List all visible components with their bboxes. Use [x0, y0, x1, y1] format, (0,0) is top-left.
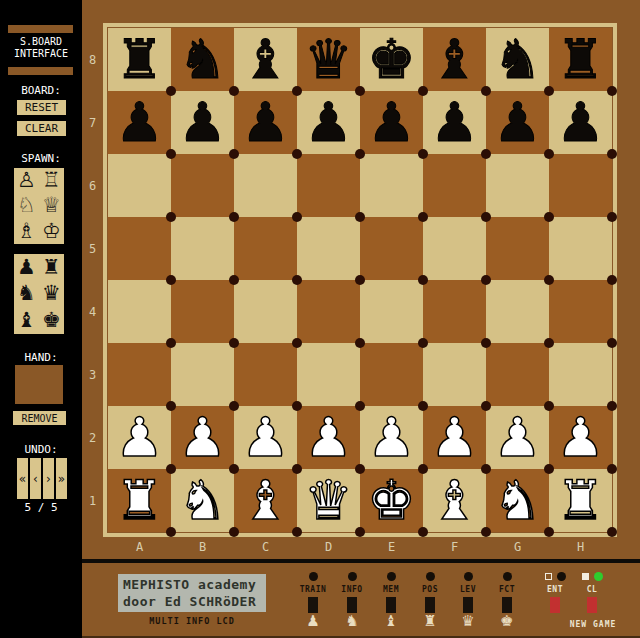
chess-board: ♜♞♝♛♚♝♞♜♟♟♟♟♟♟♟♟♟♟♟♟♟♟♟♟♜♞♝♛♚♝♞♜ [108, 28, 612, 532]
spawn-white-bishop[interactable]: ♗ [17, 219, 36, 244]
pos-label: POS [422, 585, 438, 594]
sensor-dot [355, 86, 365, 96]
sidebar: S.BOARD INTERFACE BOARD: RESET CLEAR SPA… [0, 0, 82, 638]
piece-white-knight[interactable]: ♞ [493, 469, 541, 532]
square-f3[interactable] [423, 343, 486, 406]
queen-icon: ♛ [461, 614, 474, 629]
square-e4[interactable] [360, 280, 423, 343]
sensor-dot [292, 401, 302, 411]
square-g3[interactable] [486, 343, 549, 406]
piece-white-king[interactable]: ♚ [367, 469, 415, 532]
sensor-dot [355, 527, 365, 537]
square-h8[interactable]: ♜ [549, 28, 612, 91]
sensor-dot [418, 401, 428, 411]
lev-button[interactable] [463, 597, 473, 613]
file-label-d: D [297, 540, 360, 554]
square-a8[interactable]: ♜ [108, 28, 171, 91]
cl-label: CL [587, 585, 598, 594]
square-c4[interactable] [234, 280, 297, 343]
lcd-caption: MULTI INFO LCD [118, 616, 266, 626]
rank-label-8: 8 [82, 28, 103, 91]
square-f4[interactable] [423, 280, 486, 343]
lev-label: LEV [460, 585, 476, 594]
hand-section-label: HAND: [0, 351, 82, 364]
lcd-display: MEPHISTO academy door Ed SCHRöDER [118, 574, 266, 612]
piece-white-bishop[interactable]: ♝ [430, 469, 478, 532]
sensor-dot [418, 527, 428, 537]
sensor-dot [166, 212, 176, 222]
square-e7[interactable]: ♟ [360, 91, 423, 154]
ent-square-indicator [545, 573, 552, 580]
rank-label-4: 4 [82, 280, 103, 343]
square-c5[interactable] [234, 217, 297, 280]
function-group-lev: LEV♛ [450, 563, 486, 629]
square-b3[interactable] [171, 343, 234, 406]
file-labels: ABCDEFGH [108, 540, 612, 554]
sensor-dot [418, 149, 428, 159]
sensor-dot [607, 464, 617, 474]
sensor-dot [292, 338, 302, 348]
spawn-white-queen[interactable]: ♕ [42, 193, 61, 218]
ent-led [557, 572, 566, 581]
square-a7[interactable]: ♟ [108, 91, 171, 154]
square-d2[interactable]: ♟ [297, 406, 360, 469]
piece-black-pawn[interactable]: ♟ [367, 91, 415, 154]
spawn-section-label: SPAWN: [0, 152, 82, 165]
square-f6[interactable] [423, 154, 486, 217]
sensor-dot [481, 527, 491, 537]
sensor-dot [544, 401, 554, 411]
cl-power-led [594, 572, 603, 581]
train-led [309, 572, 318, 581]
piece-black-pawn[interactable]: ♟ [115, 91, 163, 154]
piece-black-bishop[interactable]: ♝ [241, 28, 289, 91]
info-label: INFO [341, 585, 362, 594]
function-group-mem: MEM♝ [373, 563, 409, 629]
new-game-label: NEW GAME [537, 620, 640, 629]
square-c6[interactable] [234, 154, 297, 217]
square-g6[interactable] [486, 154, 549, 217]
sensor-dot [544, 275, 554, 285]
hand-box[interactable] [15, 365, 63, 404]
function-group-fct: FCT♚ [489, 563, 525, 629]
divider [8, 25, 73, 33]
rank-label-1: 1 [82, 469, 103, 532]
cl-indicators [582, 572, 603, 581]
sensor-dot [355, 338, 365, 348]
ent-label: ENT [547, 585, 563, 594]
piece-black-pawn[interactable]: ♟ [493, 91, 541, 154]
square-f5[interactable] [423, 217, 486, 280]
rank-label-5: 5 [82, 217, 103, 280]
square-g7[interactable]: ♟ [486, 91, 549, 154]
cl-button[interactable] [587, 597, 597, 613]
sensor-dot [355, 401, 365, 411]
square-a3[interactable] [108, 343, 171, 406]
spawn-black-rook[interactable]: ♜ [42, 255, 61, 280]
piece-white-queen[interactable]: ♛ [304, 469, 352, 532]
mem-label: MEM [383, 585, 399, 594]
square-g1[interactable]: ♞ [486, 469, 549, 532]
spawn-black-pieces-tray: ♟♜♞♛♝♚ [14, 254, 64, 334]
sensor-dot [544, 527, 554, 537]
piece-white-knight[interactable]: ♞ [178, 469, 226, 532]
sensor-dot [292, 527, 302, 537]
sensor-dot [544, 464, 554, 474]
sensor-dot [418, 86, 428, 96]
sidebar-title-line2: INTERFACE [0, 48, 82, 59]
square-c3[interactable] [234, 343, 297, 406]
sensor-dot [607, 212, 617, 222]
sensor-dot [418, 212, 428, 222]
square-g4[interactable] [486, 280, 549, 343]
square-e2[interactable]: ♟ [360, 406, 423, 469]
square-d8[interactable]: ♛ [297, 28, 360, 91]
bishop-icon: ♝ [384, 614, 397, 629]
file-label-a: A [108, 540, 171, 554]
square-c1[interactable]: ♝ [234, 469, 297, 532]
sidebar-title-line1: S.BOARD [0, 36, 82, 47]
sensor-dot [544, 149, 554, 159]
undo-back-button[interactable]: ‹ [30, 458, 41, 499]
king-icon: ♚ [500, 614, 513, 629]
square-a6[interactable] [108, 154, 171, 217]
square-e3[interactable] [360, 343, 423, 406]
board-border: ♜♞♝♛♚♝♞♜♟♟♟♟♟♟♟♟♟♟♟♟♟♟♟♟♜♞♝♛♚♝♞♜ [103, 23, 617, 537]
square-h4[interactable] [549, 280, 612, 343]
piece-black-pawn[interactable]: ♟ [556, 91, 604, 154]
sensor-dot [229, 464, 239, 474]
undo-counter: 5 / 5 [0, 501, 82, 514]
piece-white-rook[interactable]: ♜ [556, 469, 604, 532]
square-a2[interactable]: ♟ [108, 406, 171, 469]
pos-led [426, 572, 435, 581]
file-label-b: B [171, 540, 234, 554]
sensor-dot [418, 464, 428, 474]
square-d4[interactable] [297, 280, 360, 343]
file-label-e: E [360, 540, 423, 554]
board-section-label: BOARD: [0, 84, 82, 97]
rank-label-6: 6 [82, 154, 103, 217]
spawn-black-king[interactable]: ♚ [42, 308, 61, 333]
square-c2[interactable]: ♟ [234, 406, 297, 469]
mephisto-chess-computer-ui: S.BOARD INTERFACE BOARD: RESET CLEAR SPA… [0, 0, 640, 638]
sensor-dot [166, 401, 176, 411]
square-h1[interactable]: ♜ [549, 469, 612, 532]
sensor-dot [481, 338, 491, 348]
sensor-dot [355, 212, 365, 222]
ent-indicators [545, 572, 566, 581]
sensor-dot [229, 149, 239, 159]
piece-white-pawn[interactable]: ♟ [304, 406, 352, 469]
sensor-dot [481, 275, 491, 285]
square-b8[interactable]: ♞ [171, 28, 234, 91]
sensor-dot [229, 338, 239, 348]
piece-white-pawn[interactable]: ♟ [556, 406, 604, 469]
pawn-icon: ♟ [306, 614, 319, 629]
sensor-dot [607, 149, 617, 159]
piece-black-pawn[interactable]: ♟ [430, 91, 478, 154]
square-g8[interactable]: ♞ [486, 28, 549, 91]
fct-led [503, 572, 512, 581]
mem-button[interactable] [386, 597, 396, 613]
square-b7[interactable]: ♟ [171, 91, 234, 154]
redo-forward-button[interactable]: › [43, 458, 54, 499]
square-d5[interactable] [297, 217, 360, 280]
piece-black-rook[interactable]: ♜ [556, 28, 604, 91]
board-area: 87654321 ♜♞♝♛♚♝♞♜♟♟♟♟♟♟♟♟♟♟♟♟♟♟♟♟♜♞♝♛♚♝♞… [82, 0, 640, 638]
square-d6[interactable] [297, 154, 360, 217]
sensor-dot [607, 401, 617, 411]
square-h3[interactable] [549, 343, 612, 406]
piece-black-knight[interactable]: ♞ [493, 28, 541, 91]
square-f7[interactable]: ♟ [423, 91, 486, 154]
spawn-white-king[interactable]: ♔ [42, 219, 61, 244]
undo-first-button[interactable]: « [17, 458, 28, 499]
square-e1[interactable]: ♚ [360, 469, 423, 532]
spawn-white-knight[interactable]: ♘ [17, 193, 36, 218]
pos-button[interactable] [425, 597, 435, 613]
file-label-g: G [486, 540, 549, 554]
lev-led [464, 572, 473, 581]
piece-white-pawn[interactable]: ♟ [430, 406, 478, 469]
sensor-dot [292, 149, 302, 159]
sensor-dot [166, 464, 176, 474]
piece-black-king[interactable]: ♚ [367, 28, 415, 91]
sensor-dot [292, 464, 302, 474]
sensor-dot [607, 527, 617, 537]
mem-led [387, 572, 396, 581]
sensor-dot [229, 86, 239, 96]
sensor-dot [292, 275, 302, 285]
sensor-dot [544, 338, 554, 348]
function-group-pos: POS♜ [412, 563, 448, 629]
piece-white-pawn[interactable]: ♟ [367, 406, 415, 469]
rook-icon: ♜ [423, 614, 436, 629]
sensor-dot [607, 86, 617, 96]
square-h2[interactable]: ♟ [549, 406, 612, 469]
sensor-dot [292, 212, 302, 222]
train-button[interactable] [308, 597, 318, 613]
sensor-dot [481, 86, 491, 96]
spawn-white-rook[interactable]: ♖ [42, 168, 61, 193]
square-e5[interactable] [360, 217, 423, 280]
square-d3[interactable] [297, 343, 360, 406]
sensor-dot [544, 86, 554, 96]
sensor-dot [607, 275, 617, 285]
piece-black-queen[interactable]: ♛ [304, 28, 352, 91]
function-group-ent: ENT [537, 563, 573, 613]
sensor-dot [355, 275, 365, 285]
train-label: TRAIN [300, 585, 327, 594]
sensor-dot [481, 464, 491, 474]
square-c7[interactable]: ♟ [234, 91, 297, 154]
info-button[interactable] [347, 597, 357, 613]
sensor-dot [229, 527, 239, 537]
cl-square-indicator [582, 573, 589, 580]
square-g5[interactable] [486, 217, 549, 280]
spawn-white-pieces-tray: ♙♖♘♕♗♔ [14, 168, 64, 244]
square-d1[interactable]: ♛ [297, 469, 360, 532]
piece-black-rook[interactable]: ♜ [115, 28, 163, 91]
square-f8[interactable]: ♝ [423, 28, 486, 91]
redo-last-button[interactable]: » [56, 458, 67, 499]
square-b1[interactable]: ♞ [171, 469, 234, 532]
piece-black-knight[interactable]: ♞ [178, 28, 226, 91]
remove-button[interactable]: REMOVE [13, 411, 66, 425]
sensor-dot [166, 86, 176, 96]
file-label-h: H [549, 540, 612, 554]
sensor-dot [292, 86, 302, 96]
file-label-c: C [234, 540, 297, 554]
square-e8[interactable]: ♚ [360, 28, 423, 91]
rank-label-2: 2 [82, 406, 103, 469]
sensor-dot [355, 149, 365, 159]
piece-black-pawn[interactable]: ♟ [304, 91, 352, 154]
square-e6[interactable] [360, 154, 423, 217]
spawn-black-pawn[interactable]: ♟ [17, 255, 36, 280]
divider [8, 67, 73, 75]
square-h5[interactable] [549, 217, 612, 280]
square-b6[interactable] [171, 154, 234, 217]
sensor-dot [166, 527, 176, 537]
knight-icon: ♞ [345, 614, 358, 629]
square-h7[interactable]: ♟ [549, 91, 612, 154]
info-led [348, 572, 357, 581]
square-b5[interactable] [171, 217, 234, 280]
sensor-dot [229, 401, 239, 411]
control-panel: MEPHISTO academy door Ed SCHRöDER MULTI … [82, 563, 640, 638]
function-group-train: TRAIN♟ [295, 563, 331, 629]
square-b4[interactable] [171, 280, 234, 343]
function-group-cl: CL [574, 563, 610, 613]
piece-white-pawn[interactable]: ♟ [178, 406, 226, 469]
fct-button[interactable] [502, 597, 512, 613]
rank-label-7: 7 [82, 91, 103, 154]
spawn-white-pawn[interactable]: ♙ [17, 168, 36, 193]
sensor-dot [355, 464, 365, 474]
square-h6[interactable] [549, 154, 612, 217]
sensor-dot [481, 212, 491, 222]
square-g2[interactable]: ♟ [486, 406, 549, 469]
sensor-dot [229, 212, 239, 222]
piece-white-pawn[interactable]: ♟ [493, 406, 541, 469]
square-c8[interactable]: ♝ [234, 28, 297, 91]
sensor-dot [166, 338, 176, 348]
piece-white-pawn[interactable]: ♟ [115, 406, 163, 469]
piece-white-bishop[interactable]: ♝ [241, 469, 289, 532]
clear-button[interactable]: CLEAR [17, 121, 66, 136]
sensor-dot [166, 275, 176, 285]
sensor-dot [544, 212, 554, 222]
undo-section-label: UNDO: [0, 443, 82, 456]
sensor-dot [229, 275, 239, 285]
sensor-dot [166, 149, 176, 159]
spawn-black-queen[interactable]: ♛ [42, 281, 61, 306]
square-a4[interactable] [108, 280, 171, 343]
sensor-dot [481, 401, 491, 411]
function-group-info: INFO♞ [334, 563, 370, 629]
square-f2[interactable]: ♟ [423, 406, 486, 469]
square-d7[interactable]: ♟ [297, 91, 360, 154]
piece-white-pawn[interactable]: ♟ [241, 406, 289, 469]
rank-label-3: 3 [82, 343, 103, 406]
sensor-dot [481, 149, 491, 159]
piece-black-pawn[interactable]: ♟ [241, 91, 289, 154]
piece-white-rook[interactable]: ♜ [115, 469, 163, 532]
square-b2[interactable]: ♟ [171, 406, 234, 469]
square-f1[interactable]: ♝ [423, 469, 486, 532]
square-a1[interactable]: ♜ [108, 469, 171, 532]
spawn-black-knight[interactable]: ♞ [17, 281, 36, 306]
sensor-dot [418, 338, 428, 348]
piece-black-bishop[interactable]: ♝ [430, 28, 478, 91]
file-label-f: F [423, 540, 486, 554]
piece-black-pawn[interactable]: ♟ [178, 91, 226, 154]
sensor-dot [418, 275, 428, 285]
reset-button[interactable]: RESET [17, 100, 66, 115]
undo-controls: «‹›» [17, 458, 67, 499]
sensor-dot [607, 338, 617, 348]
square-a5[interactable] [108, 217, 171, 280]
ent-button[interactable] [550, 597, 560, 613]
spawn-black-bishop[interactable]: ♝ [17, 308, 36, 333]
fct-label: FCT [499, 585, 515, 594]
